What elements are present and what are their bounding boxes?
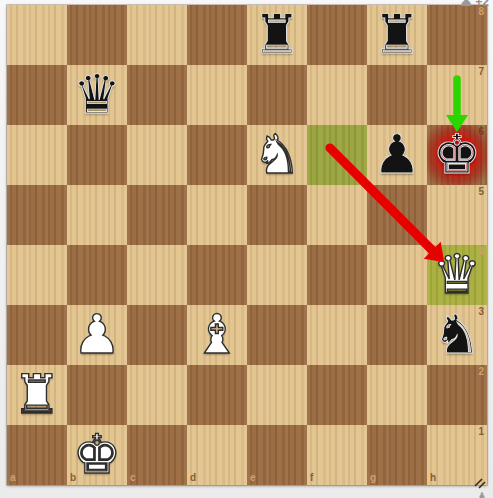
square-h4[interactable]: ♛4 [427, 245, 487, 305]
square-e3[interactable] [247, 305, 307, 365]
square-f5[interactable] [307, 185, 367, 245]
piece-white-knight[interactable]: ♞ [247, 125, 307, 185]
square-g1[interactable]: g [367, 425, 427, 485]
square-c3[interactable] [127, 305, 187, 365]
square-h8[interactable]: 8 [427, 5, 487, 65]
square-f2[interactable] [307, 365, 367, 425]
material-advantage-value: +2 [475, 0, 489, 9]
square-h2[interactable]: 2 [427, 365, 487, 425]
coord-file-g: g [370, 473, 376, 483]
square-b4[interactable] [67, 245, 127, 305]
piece-white-king[interactable]: ♚ [67, 425, 127, 485]
square-e7[interactable] [247, 65, 307, 125]
square-f3[interactable] [307, 305, 367, 365]
piece-black-pawn[interactable]: ♟ [367, 125, 427, 185]
piece-black-king[interactable]: ♚ [427, 125, 487, 185]
pawn-icon: ♟ [459, 0, 473, 9]
square-d6[interactable] [187, 125, 247, 185]
square-b3[interactable]: ♟ [67, 305, 127, 365]
piece-black-knight[interactable]: ♞ [427, 305, 487, 365]
square-g8[interactable]: ♜ [367, 5, 427, 65]
square-f8[interactable] [307, 5, 367, 65]
coord-rank-7: 7 [478, 67, 484, 77]
square-c6[interactable] [127, 125, 187, 185]
square-e5[interactable] [247, 185, 307, 245]
square-d7[interactable] [187, 65, 247, 125]
square-a7[interactable] [7, 65, 67, 125]
square-a1[interactable]: a [7, 425, 67, 485]
material-advantage-top: ♟ +2 [459, 0, 489, 9]
square-a4[interactable] [7, 245, 67, 305]
square-e4[interactable] [247, 245, 307, 305]
square-a5[interactable] [7, 185, 67, 245]
coord-file-h: h [430, 473, 436, 483]
piece-white-rook[interactable]: ♜ [7, 365, 67, 425]
square-g7[interactable] [367, 65, 427, 125]
square-a6[interactable] [7, 125, 67, 185]
square-d8[interactable] [187, 5, 247, 65]
piece-black-rook[interactable]: ♜ [367, 5, 427, 65]
square-b8[interactable] [67, 5, 127, 65]
piece-white-bishop[interactable]: ♝ [187, 305, 247, 365]
square-d1[interactable]: d [187, 425, 247, 485]
square-e2[interactable] [247, 365, 307, 425]
square-c1[interactable]: c [127, 425, 187, 485]
square-b5[interactable] [67, 185, 127, 245]
coord-rank-1: 1 [478, 427, 484, 437]
piece-black-queen[interactable]: ♛ [67, 65, 127, 125]
chess-board: ♜♜8♛7♞♟♚65♛4♟♝♞3♜2a♚bcdefg1h [7, 5, 487, 485]
square-f6[interactable] [307, 125, 367, 185]
coord-file-d: d [190, 473, 196, 483]
piece-black-rook[interactable]: ♜ [247, 5, 307, 65]
square-b1[interactable]: ♚b [67, 425, 127, 485]
coord-rank-5: 5 [478, 187, 484, 197]
square-a2[interactable]: ♜ [7, 365, 67, 425]
material-indicator-bottom: ♟ [475, 489, 489, 498]
square-b2[interactable] [67, 365, 127, 425]
square-h3[interactable]: ♞3 [427, 305, 487, 365]
square-g5[interactable] [367, 185, 427, 245]
coord-rank-2: 2 [478, 367, 484, 377]
square-h5[interactable]: 5 [427, 185, 487, 245]
square-f1[interactable]: f [307, 425, 367, 485]
square-d4[interactable] [187, 245, 247, 305]
square-g3[interactable] [367, 305, 427, 365]
square-d5[interactable] [187, 185, 247, 245]
square-c2[interactable] [127, 365, 187, 425]
piece-white-pawn[interactable]: ♟ [67, 305, 127, 365]
coord-file-c: c [130, 473, 136, 483]
square-e8[interactable]: ♜ [247, 5, 307, 65]
coord-file-a: a [10, 473, 16, 483]
square-e6[interactable]: ♞ [247, 125, 307, 185]
coord-file-f: f [310, 473, 313, 483]
square-c7[interactable] [127, 65, 187, 125]
square-h7[interactable]: 7 [427, 65, 487, 125]
square-e1[interactable]: e [247, 425, 307, 485]
square-b7[interactable]: ♛ [67, 65, 127, 125]
square-c8[interactable] [127, 5, 187, 65]
coord-file-e: e [250, 473, 256, 483]
square-f7[interactable] [307, 65, 367, 125]
square-c4[interactable] [127, 245, 187, 305]
square-c5[interactable] [127, 185, 187, 245]
square-g2[interactable] [367, 365, 427, 425]
square-a3[interactable] [7, 305, 67, 365]
chess-app-screen: ♜♜8♛7♞♟♚65♛4♟♝♞3♜2a♚bcdefg1h ♟ +2 ♟ [0, 0, 493, 498]
square-a8[interactable] [7, 5, 67, 65]
square-d3[interactable]: ♝ [187, 305, 247, 365]
pawn-icon: ♟ [475, 491, 489, 498]
square-f4[interactable] [307, 245, 367, 305]
square-g4[interactable] [367, 245, 427, 305]
square-g6[interactable]: ♟ [367, 125, 427, 185]
piece-white-queen[interactable]: ♛ [427, 245, 487, 305]
square-h6[interactable]: ♚6 [427, 125, 487, 185]
square-b6[interactable] [67, 125, 127, 185]
square-d2[interactable] [187, 365, 247, 425]
